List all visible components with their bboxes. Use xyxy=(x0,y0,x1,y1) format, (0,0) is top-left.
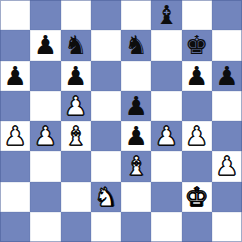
square-a5[interactable] xyxy=(0,91,30,121)
square-h2[interactable] xyxy=(212,182,242,212)
square-a6[interactable]: ♟ xyxy=(0,61,30,91)
square-f7[interactable] xyxy=(151,30,181,60)
square-f3[interactable] xyxy=(151,151,181,181)
square-e1[interactable] xyxy=(121,212,151,242)
square-c3[interactable] xyxy=(61,151,91,181)
square-d3[interactable] xyxy=(91,151,121,181)
square-h4[interactable] xyxy=(212,121,242,151)
square-e4[interactable]: ♟ xyxy=(121,121,151,151)
square-d1[interactable] xyxy=(91,212,121,242)
square-a7[interactable] xyxy=(0,30,30,60)
black-pawn-piece[interactable]: ♟ xyxy=(3,61,26,91)
square-c6[interactable]: ♟ xyxy=(61,61,91,91)
square-d4[interactable] xyxy=(91,121,121,151)
square-d5[interactable] xyxy=(91,91,121,121)
white-knight-piece[interactable]: ♞ xyxy=(94,182,117,212)
square-e8[interactable] xyxy=(121,0,151,30)
square-c5[interactable]: ♟ xyxy=(61,91,91,121)
square-g8[interactable] xyxy=(182,0,212,30)
square-h7[interactable] xyxy=(212,30,242,60)
square-c1[interactable] xyxy=(61,212,91,242)
square-e6[interactable] xyxy=(121,61,151,91)
square-a1[interactable] xyxy=(0,212,30,242)
square-b8[interactable] xyxy=(30,0,60,30)
white-pawn-piece[interactable]: ♟ xyxy=(3,121,26,151)
square-a2[interactable] xyxy=(0,182,30,212)
square-g5[interactable] xyxy=(182,91,212,121)
square-b4[interactable]: ♟ xyxy=(30,121,60,151)
square-a4[interactable]: ♟ xyxy=(0,121,30,151)
square-e2[interactable] xyxy=(121,182,151,212)
square-b7[interactable]: ♟ xyxy=(30,30,60,60)
square-d2[interactable]: ♞ xyxy=(91,182,121,212)
black-pawn-piece[interactable]: ♟ xyxy=(185,61,208,91)
square-g2[interactable]: ♚ xyxy=(182,182,212,212)
black-king-piece[interactable]: ♚ xyxy=(185,30,208,60)
square-c7[interactable]: ♞ xyxy=(61,30,91,60)
square-d6[interactable] xyxy=(91,61,121,91)
square-g1[interactable] xyxy=(182,212,212,242)
white-pawn-piece[interactable]: ♟ xyxy=(64,91,87,121)
white-king-piece[interactable]: ♚ xyxy=(185,182,208,212)
square-b2[interactable] xyxy=(30,182,60,212)
square-g4[interactable]: ♟ xyxy=(182,121,212,151)
square-h1[interactable] xyxy=(212,212,242,242)
square-f1[interactable] xyxy=(151,212,181,242)
square-a3[interactable] xyxy=(0,151,30,181)
black-pawn-piece[interactable]: ♟ xyxy=(124,91,147,121)
square-g3[interactable] xyxy=(182,151,212,181)
white-bishop-piece[interactable]: ♝ xyxy=(64,121,87,151)
white-pawn-piece[interactable]: ♟ xyxy=(185,121,208,151)
square-e7[interactable]: ♞ xyxy=(121,30,151,60)
square-f6[interactable] xyxy=(151,61,181,91)
black-bishop-piece[interactable]: ♝ xyxy=(155,0,178,30)
square-f5[interactable] xyxy=(151,91,181,121)
square-a8[interactable] xyxy=(0,0,30,30)
black-knight-piece[interactable]: ♞ xyxy=(124,30,147,60)
square-b1[interactable] xyxy=(30,212,60,242)
black-pawn-piece[interactable]: ♟ xyxy=(124,121,147,151)
square-f4[interactable]: ♟ xyxy=(151,121,181,151)
square-c2[interactable] xyxy=(61,182,91,212)
black-pawn-piece[interactable]: ♟ xyxy=(215,61,238,91)
square-h3[interactable]: ♟ xyxy=(212,151,242,181)
square-h8[interactable] xyxy=(212,0,242,30)
black-pawn-piece[interactable]: ♟ xyxy=(34,30,57,60)
square-f2[interactable] xyxy=(151,182,181,212)
square-h6[interactable]: ♟ xyxy=(212,61,242,91)
black-pawn-piece[interactable]: ♟ xyxy=(64,61,87,91)
black-knight-piece[interactable]: ♞ xyxy=(64,30,87,60)
white-pawn-piece[interactable]: ♟ xyxy=(155,121,178,151)
white-pawn-piece[interactable]: ♟ xyxy=(215,151,238,181)
square-h5[interactable] xyxy=(212,91,242,121)
square-c4[interactable]: ♝ xyxy=(61,121,91,151)
white-bishop-piece[interactable]: ♝ xyxy=(124,151,147,181)
square-b6[interactable] xyxy=(30,61,60,91)
white-pawn-piece[interactable]: ♟ xyxy=(34,121,57,151)
square-e3[interactable]: ♝ xyxy=(121,151,151,181)
chess-board: ♝♟♞♞♚♟♟♟♟♟♟♟♟♝♟♟♟♝♟♞♚ xyxy=(0,0,242,242)
square-c8[interactable] xyxy=(61,0,91,30)
square-e5[interactable]: ♟ xyxy=(121,91,151,121)
square-g7[interactable]: ♚ xyxy=(182,30,212,60)
square-g6[interactable]: ♟ xyxy=(182,61,212,91)
square-d7[interactable] xyxy=(91,30,121,60)
square-f8[interactable]: ♝ xyxy=(151,0,181,30)
square-d8[interactable] xyxy=(91,0,121,30)
square-b3[interactable] xyxy=(30,151,60,181)
square-b5[interactable] xyxy=(30,91,60,121)
